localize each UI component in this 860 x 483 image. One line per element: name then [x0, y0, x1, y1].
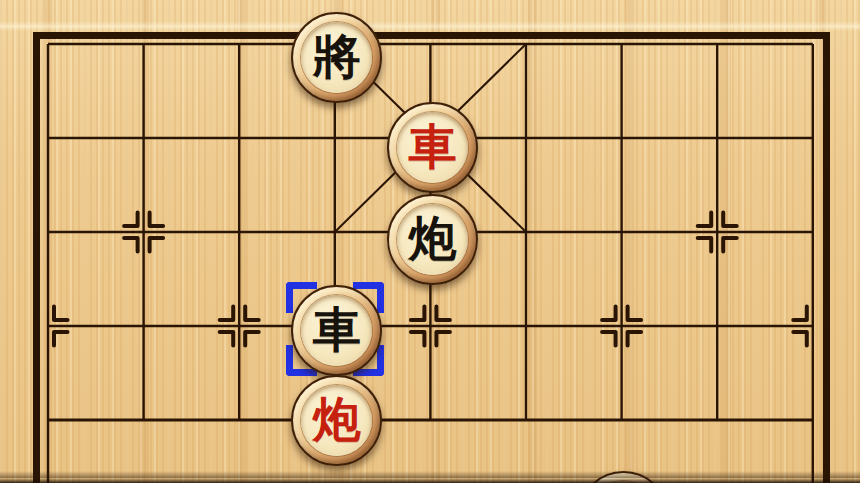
piece-red-chariot[interactable]: 車 — [387, 102, 478, 193]
piece-glyph-black-chariot: 車 — [313, 305, 361, 353]
piece-face: 炮 — [301, 385, 372, 456]
piece-black-general[interactable]: 將 — [291, 12, 382, 103]
piece-glyph-black-general: 將 — [313, 32, 361, 80]
piece-face: 將 — [301, 22, 372, 93]
piece-red-cannon[interactable]: 炮 — [291, 375, 382, 466]
piece-black-chariot[interactable]: 車 — [291, 285, 382, 376]
piece-glyph-black-cannon: 炮 — [408, 214, 456, 262]
xiangqi-game-screen: 將車炮車炮 — [0, 0, 860, 483]
board-edge-shadow — [0, 471, 860, 483]
piece-glyph-red-cannon: 炮 — [313, 395, 361, 443]
piece-face: 車 — [301, 295, 372, 366]
piece-face: 車 — [397, 112, 468, 183]
piece-face: 炮 — [397, 204, 468, 275]
piece-glyph-red-chariot: 車 — [408, 122, 456, 170]
piece-black-cannon[interactable]: 炮 — [387, 194, 478, 285]
